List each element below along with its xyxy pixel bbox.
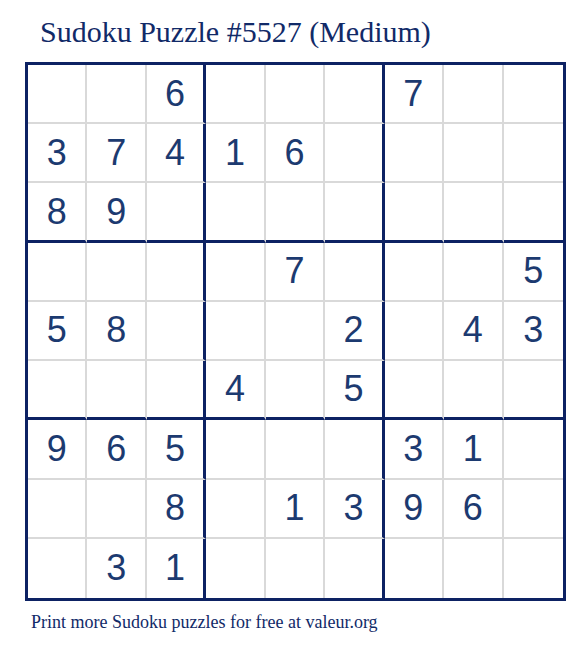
cell-r7c2: 6 xyxy=(87,420,146,479)
cell-r6c8 xyxy=(444,361,503,420)
cell-r7c6 xyxy=(325,420,384,479)
cell-r8c8: 6 xyxy=(444,480,503,539)
cell-r4c6 xyxy=(325,243,384,302)
cell-r5c7 xyxy=(385,302,444,361)
cell-r5c6: 2 xyxy=(325,302,384,361)
cell-r3c1: 8 xyxy=(28,183,87,242)
cell-r8c6: 3 xyxy=(325,480,384,539)
cell-r1c3: 6 xyxy=(147,65,206,124)
cell-r6c5 xyxy=(266,361,325,420)
cell-r2c7 xyxy=(385,124,444,183)
cell-r3c5 xyxy=(266,183,325,242)
cell-r1c7: 7 xyxy=(385,65,444,124)
cell-r9c4 xyxy=(206,539,265,598)
cell-r8c9 xyxy=(504,480,563,539)
cell-r2c8 xyxy=(444,124,503,183)
cell-r3c8 xyxy=(444,183,503,242)
cell-r4c2 xyxy=(87,243,146,302)
sudoku-board: 673741689755824345965318139631 xyxy=(25,62,566,601)
cell-r6c2 xyxy=(87,361,146,420)
cell-r3c4 xyxy=(206,183,265,242)
cell-r2c4: 1 xyxy=(206,124,265,183)
cell-r1c1 xyxy=(28,65,87,124)
cell-r4c5: 7 xyxy=(266,243,325,302)
cell-r2c9 xyxy=(504,124,563,183)
cell-r7c7: 3 xyxy=(385,420,444,479)
cell-r7c3: 5 xyxy=(147,420,206,479)
cell-r5c2: 8 xyxy=(87,302,146,361)
cell-r9c1 xyxy=(28,539,87,598)
cell-r9c2: 3 xyxy=(87,539,146,598)
cell-r6c6: 5 xyxy=(325,361,384,420)
page-title: Sudoku Puzzle #5527 (Medium) xyxy=(40,15,431,48)
cell-r1c4 xyxy=(206,65,265,124)
cell-r4c9: 5 xyxy=(504,243,563,302)
cell-r9c7 xyxy=(385,539,444,598)
cell-r7c8: 1 xyxy=(444,420,503,479)
cell-r2c3: 4 xyxy=(147,124,206,183)
cell-r4c4 xyxy=(206,243,265,302)
cell-r8c7: 9 xyxy=(385,480,444,539)
cell-r3c3 xyxy=(147,183,206,242)
cell-r7c5 xyxy=(266,420,325,479)
cell-r9c5 xyxy=(266,539,325,598)
cell-r3c2: 9 xyxy=(87,183,146,242)
cell-r9c3: 1 xyxy=(147,539,206,598)
cell-r9c8 xyxy=(444,539,503,598)
cell-r1c5 xyxy=(266,65,325,124)
cell-r2c2: 7 xyxy=(87,124,146,183)
cell-r8c2 xyxy=(87,480,146,539)
cell-r8c5: 1 xyxy=(266,480,325,539)
cell-r2c1: 3 xyxy=(28,124,87,183)
cell-r8c3: 8 xyxy=(147,480,206,539)
cell-r5c9: 3 xyxy=(504,302,563,361)
cell-r2c6 xyxy=(325,124,384,183)
cell-r1c6 xyxy=(325,65,384,124)
cell-r5c4 xyxy=(206,302,265,361)
cell-r7c9 xyxy=(504,420,563,479)
cell-r7c1: 9 xyxy=(28,420,87,479)
cell-r6c1 xyxy=(28,361,87,420)
cell-r2c5: 6 xyxy=(266,124,325,183)
cell-r3c7 xyxy=(385,183,444,242)
cell-r7c4 xyxy=(206,420,265,479)
cell-r5c3 xyxy=(147,302,206,361)
cell-r4c7 xyxy=(385,243,444,302)
cell-r3c9 xyxy=(504,183,563,242)
cell-r4c3 xyxy=(147,243,206,302)
cell-r8c4 xyxy=(206,480,265,539)
cell-r6c9 xyxy=(504,361,563,420)
cell-r6c7 xyxy=(385,361,444,420)
cell-r5c8: 4 xyxy=(444,302,503,361)
cell-r3c6 xyxy=(325,183,384,242)
cell-r1c9 xyxy=(504,65,563,124)
cell-r6c3 xyxy=(147,361,206,420)
sudoku-page: Sudoku Puzzle #5527 (Medium) 67374168975… xyxy=(0,0,574,651)
footer-text: Print more Sudoku puzzles for free at va… xyxy=(31,612,378,633)
cell-r5c1: 5 xyxy=(28,302,87,361)
cell-r5c5 xyxy=(266,302,325,361)
cell-r8c1 xyxy=(28,480,87,539)
cell-r9c6 xyxy=(325,539,384,598)
cell-r9c9 xyxy=(504,539,563,598)
cell-r1c2 xyxy=(87,65,146,124)
cell-r6c4: 4 xyxy=(206,361,265,420)
cell-r1c8 xyxy=(444,65,503,124)
cell-r4c1 xyxy=(28,243,87,302)
cell-r4c8 xyxy=(444,243,503,302)
